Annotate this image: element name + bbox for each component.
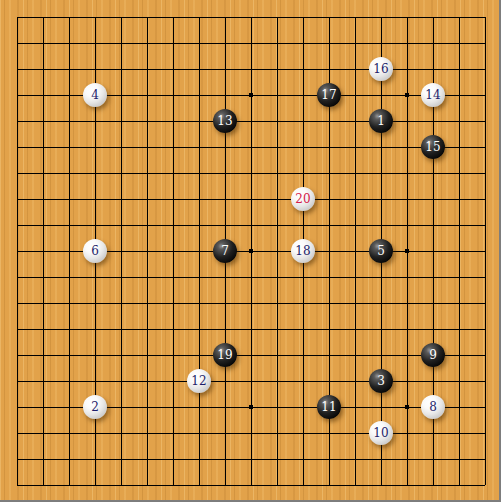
stone-move-number: 6 [91, 245, 99, 257]
stone-move-number: 20 [295, 193, 310, 205]
stone-move-number: 18 [295, 245, 310, 257]
stone-10-white-P3: 10 [369, 421, 393, 445]
stone-5-black-P10: 5 [369, 239, 393, 263]
stone-move-number: 9 [429, 349, 437, 361]
stone-13-black-J15: 13 [213, 109, 237, 133]
stone-move-number: 13 [217, 115, 232, 127]
stone-move-number: 16 [373, 63, 388, 75]
stone-6-white-D10: 6 [83, 239, 107, 263]
stone-9-black-R6: 9 [421, 343, 445, 367]
stone-move-number: 19 [217, 349, 232, 361]
stone-2-white-D4: 2 [83, 395, 107, 419]
stone-14-white-R16: 14 [421, 83, 445, 107]
stone-20-white-M12: 20 [291, 187, 315, 211]
stone-7-black-J10: 7 [213, 239, 237, 263]
stone-move-number: 1 [377, 115, 385, 127]
stone-move-number: 5 [377, 245, 385, 257]
stone-1-black-P15: 1 [369, 109, 393, 133]
stone-19-black-J6: 19 [213, 343, 237, 367]
stone-move-number: 8 [429, 401, 437, 413]
stone-move-number: 2 [91, 401, 99, 413]
stone-15-black-R14: 15 [421, 135, 445, 159]
stone-move-number: 11 [321, 401, 336, 413]
stone-12-white-H5: 12 [187, 369, 211, 393]
stone-11-black-N4: 11 [317, 395, 341, 419]
stone-move-number: 3 [377, 375, 385, 387]
stone-move-number: 7 [221, 245, 229, 257]
stone-move-number: 10 [373, 427, 388, 439]
stone-4-white-D16: 4 [83, 83, 107, 107]
stone-3-black-P5: 3 [369, 369, 393, 393]
stone-move-number: 4 [91, 89, 99, 101]
stone-18-white-M10: 18 [291, 239, 315, 263]
stone-move-number: 15 [425, 141, 440, 153]
stone-8-white-R4: 8 [421, 395, 445, 419]
stone-17-black-N16: 17 [317, 83, 341, 107]
go-board: 1234567891011121314151617181920 [0, 0, 501, 502]
stone-16-white-P17: 16 [369, 57, 393, 81]
stone-move-number: 14 [425, 89, 440, 101]
board-grid[interactable]: 1234567891011121314151617181920 [4, 4, 498, 498]
stone-move-number: 17 [321, 89, 336, 101]
stone-move-number: 12 [191, 375, 206, 387]
